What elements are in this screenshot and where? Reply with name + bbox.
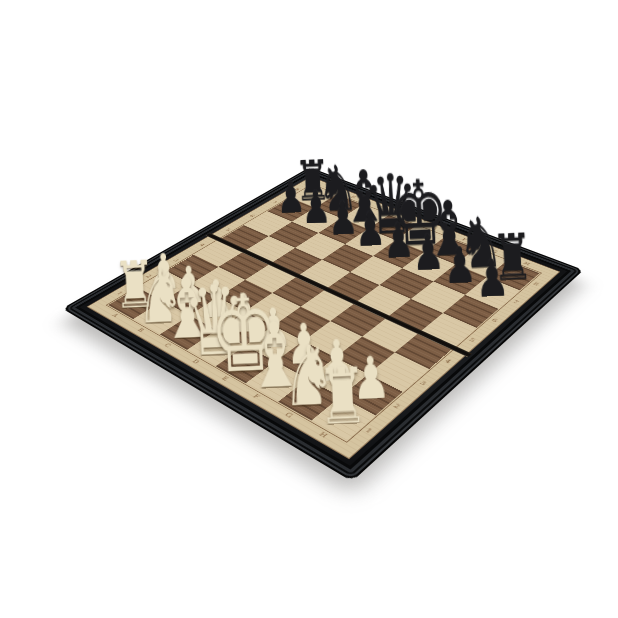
black-pawn-piece: ♟ — [382, 216, 415, 265]
board-surface: ABCDEFGH ABCDEFGH 87654321 87654321 ♜♞♝♛… — [87, 177, 561, 460]
folding-chess-board: ABCDEFGH ABCDEFGH 87654321 87654321 ♜♞♝♛… — [62, 167, 583, 481]
board-grid: ♜♞♝♛♚♝♞♜♟♟♟♟♟♟♟♟♟♟♟♟♟♟♟♟♜♞♝♛♚♝♞♜ — [108, 185, 539, 441]
square-c5 — [270, 248, 322, 276]
black-pawn-piece: ♟ — [474, 252, 510, 305]
white-rook-piece: ♜ — [316, 357, 370, 436]
black-pawn-piece: ♟ — [442, 239, 477, 290]
chess-set-photo: ABCDEFGH ABCDEFGH 87654321 87654321 ♜♞♝♛… — [0, 0, 618, 618]
black-pawn-piece: ♟ — [411, 227, 445, 277]
black-pawn-piece: ♟ — [353, 205, 386, 253]
